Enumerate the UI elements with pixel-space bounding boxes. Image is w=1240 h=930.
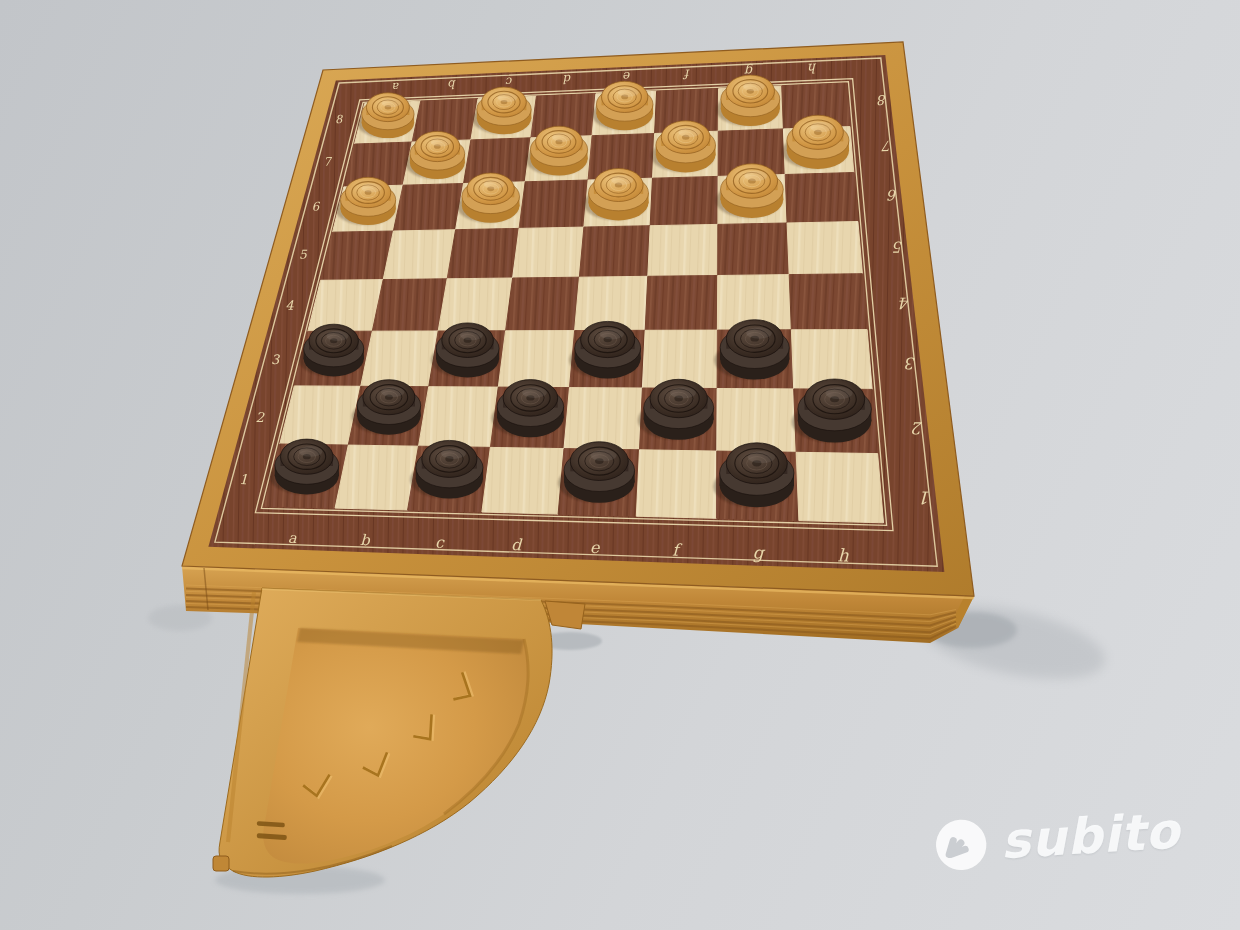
- square-h5[interactable]: [787, 222, 862, 275]
- file-label-bottom-a: a: [288, 529, 298, 546]
- square-b3[interactable]: [361, 331, 439, 387]
- square-d6[interactable]: [519, 180, 588, 228]
- square-h4[interactable]: [789, 274, 867, 330]
- square-b6[interactable]: [393, 184, 463, 232]
- rank-label-left-4: 4: [285, 298, 294, 313]
- file-label-top-a: a: [392, 80, 400, 93]
- square-h6[interactable]: [785, 173, 858, 224]
- square-b5[interactable]: [383, 230, 455, 280]
- rank-label-right-4: 4: [899, 294, 909, 312]
- square-f5[interactable]: [648, 224, 718, 276]
- piece-tray[interactable]: [213, 588, 552, 877]
- square-d5[interactable]: [513, 227, 584, 278]
- tray-latch-tab: [545, 601, 585, 629]
- square-d3[interactable]: [498, 331, 574, 388]
- square-e5[interactable]: [579, 226, 650, 278]
- square-f6[interactable]: [650, 176, 718, 225]
- board-top: aabbccddeeffgghh8877665544332211: [182, 42, 974, 596]
- square-c5[interactable]: [447, 228, 519, 278]
- square-b1[interactable]: [335, 445, 418, 510]
- square-c4[interactable]: [438, 278, 512, 331]
- rank-label-left-5: 5: [299, 248, 308, 262]
- square-e2[interactable]: [564, 388, 642, 450]
- square-d4[interactable]: [506, 277, 580, 331]
- square-c2[interactable]: [419, 387, 499, 448]
- square-f1[interactable]: [636, 450, 717, 519]
- square-b4[interactable]: [372, 279, 447, 331]
- square-a2[interactable]: [280, 386, 361, 445]
- file-label-top-b: b: [448, 77, 457, 91]
- square-d1[interactable]: [482, 447, 564, 514]
- square-a4[interactable]: [308, 280, 383, 332]
- subito-rays-icon: [932, 815, 991, 874]
- square-f4[interactable]: [645, 276, 718, 331]
- rank-label-right-2: 2: [911, 418, 923, 438]
- square-h1[interactable]: [796, 452, 883, 523]
- checkers-board-photo[interactable]: aabbccddeeffgghh8877665544332211: [0, 0, 1240, 930]
- square-g5[interactable]: [718, 223, 790, 276]
- file-label-top-h: h: [808, 61, 818, 76]
- tray-pivot-foot: [213, 856, 229, 871]
- rank-label-left-8: 8: [335, 113, 344, 126]
- rank-label-left-1: 1: [239, 471, 248, 487]
- watermark-brand-text: subito: [999, 803, 1181, 871]
- photo-scene: aabbccddeeffgghh8877665544332211: [0, 0, 1240, 930]
- square-a5[interactable]: [321, 231, 394, 280]
- file-label-bottom-h: h: [837, 545, 850, 565]
- rank-label-right-1: 1: [920, 487, 931, 507]
- tray-floor: [263, 628, 528, 864]
